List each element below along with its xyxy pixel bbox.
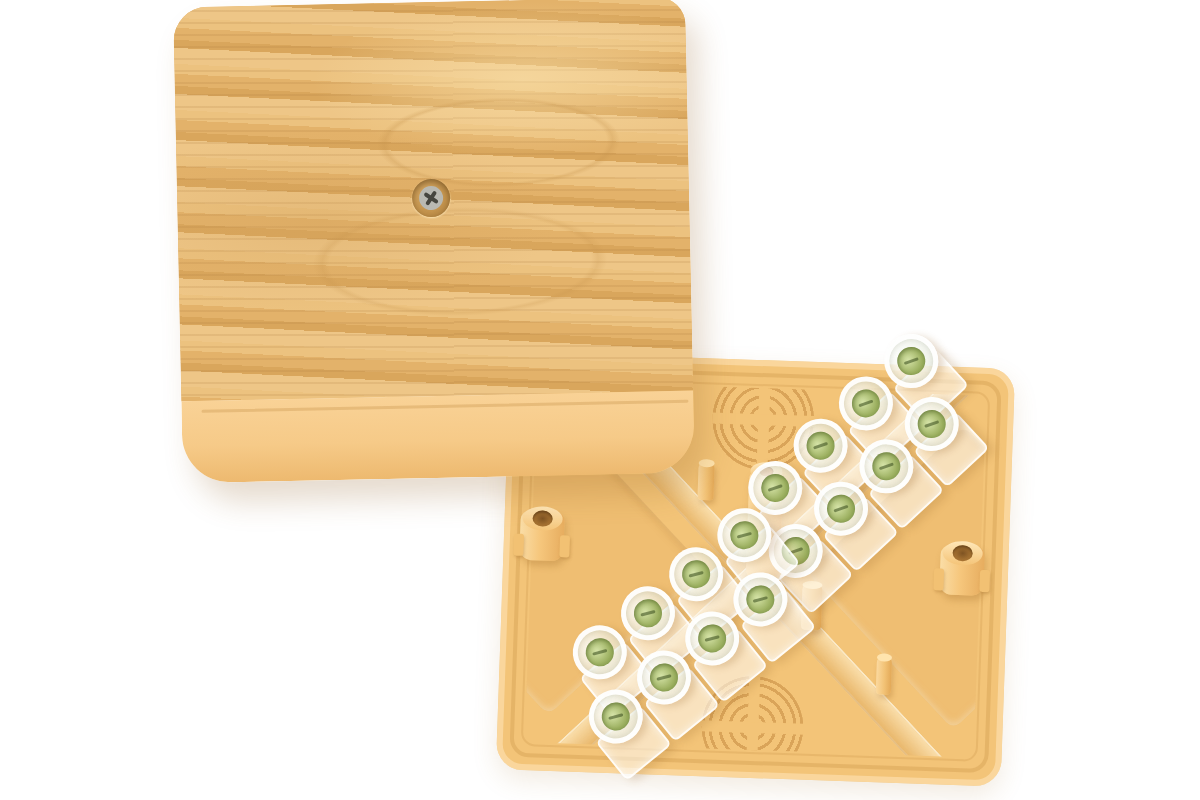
- support-peg: [697, 462, 714, 501]
- mounting-bushing-left: [519, 510, 565, 562]
- terminal-screw: [644, 658, 683, 697]
- terminal-screw: [580, 633, 619, 672]
- terminal-screw: [596, 697, 635, 736]
- lid-front-side-face: [181, 391, 695, 484]
- terminal-screw: [912, 404, 952, 444]
- terminal-screw: [676, 555, 715, 594]
- terminal-screw: [867, 447, 907, 487]
- bushing-fin: [513, 534, 524, 556]
- bushing-fin: [979, 570, 990, 592]
- terminal-screw: [846, 384, 886, 424]
- mounting-bushing-right: [939, 544, 985, 596]
- bushing-fin: [559, 535, 570, 557]
- terminal-screw: [821, 489, 861, 529]
- lid-screw-icon: [419, 186, 443, 210]
- junction-box-lid: [173, 0, 695, 483]
- terminal-screw: [741, 580, 780, 619]
- terminal-screw: [891, 341, 931, 381]
- terminal-screw: [725, 516, 764, 555]
- terminal-screw: [628, 594, 667, 633]
- support-peg: [876, 656, 892, 695]
- product-photo-junction-box: [0, 0, 1200, 800]
- bushing-fin: [933, 568, 944, 590]
- terminal-screw: [801, 426, 841, 466]
- terminal-screw: [755, 468, 795, 508]
- terminal-screw: [692, 619, 731, 658]
